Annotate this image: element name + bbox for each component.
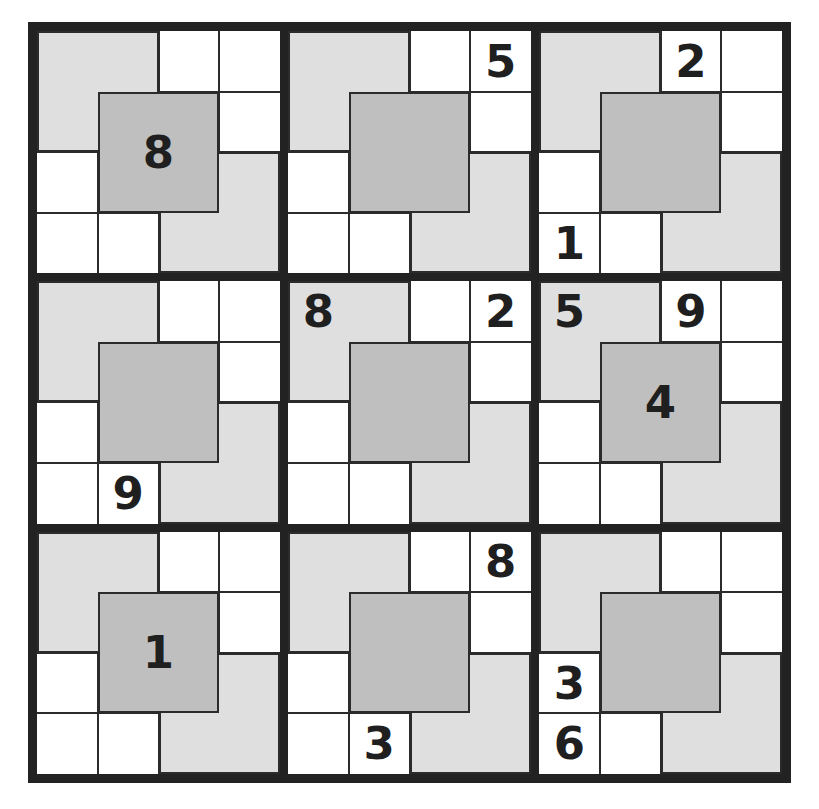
given-digit: 9	[98, 463, 159, 524]
given-digit: 4	[600, 342, 722, 463]
sudoku-box-middle-left: 9	[37, 281, 280, 523]
sudoku-box-middle-right: 594	[539, 281, 782, 523]
sudoku-box-bottom-middle: 83	[288, 532, 531, 774]
sudoku-box-bottom-left: 1	[37, 532, 280, 774]
given-digit: 9	[661, 281, 722, 342]
dark-shade-center	[600, 92, 722, 213]
given-digit: 3	[539, 653, 600, 714]
dark-shade-center	[349, 342, 471, 463]
sudoku-box-top-middle: 5	[288, 31, 531, 273]
dark-shade-center	[349, 92, 471, 213]
given-digit: 8	[470, 532, 531, 593]
dark-shade-center	[98, 342, 220, 463]
given-digit: 1	[539, 213, 600, 274]
given-digit: 5	[470, 31, 531, 92]
sudoku-box-top-left: 8	[37, 31, 280, 273]
dark-shade-center	[600, 592, 722, 713]
sudoku-box-top-right: 21	[539, 31, 782, 273]
given-digit: 8	[288, 281, 349, 342]
sudoku-box-bottom-right: 36	[539, 532, 782, 774]
given-digit: 5	[539, 281, 600, 342]
given-digit: 8	[98, 92, 220, 213]
sudoku-box-center: 82	[288, 281, 531, 523]
given-digit: 1	[98, 592, 220, 713]
given-digit: 3	[349, 713, 410, 774]
given-digit: 2	[661, 31, 722, 92]
given-digit: 2	[470, 281, 531, 342]
sudoku-board: 8 5 21 9 82	[28, 22, 791, 783]
given-digit: 6	[539, 713, 600, 774]
dark-shade-center	[349, 592, 471, 713]
